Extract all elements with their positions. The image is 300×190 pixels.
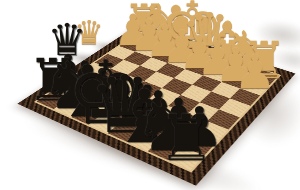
piece-white-pawn-a2[interactable]: ♟	[234, 49, 276, 96]
piece-black-rook-a8[interactable]: ♜	[158, 106, 215, 170]
product-photo-stage: ♜♞♛♟♝♟♚♛♟♛♟♝♟♞♟♜♟♟♟♟♜♟♞♟♝♟♚♟♛♟♝♟♞♜	[0, 0, 300, 190]
pieces-layer: ♜♞♛♟♝♟♚♛♟♛♟♝♟♞♟♜♟♟♟♟♜♟♞♟♝♟♚♟♛♟♝♟♞♜	[0, 0, 300, 190]
